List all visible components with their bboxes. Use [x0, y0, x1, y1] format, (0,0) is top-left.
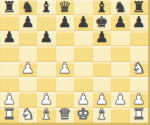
square-e6[interactable] [74, 31, 93, 46]
square-d4[interactable]: ♟ [56, 62, 75, 77]
square-f4[interactable] [93, 62, 112, 77]
black-pawn[interactable]: ♟ [77, 15, 90, 30]
black-pawn[interactable]: ♟ [132, 15, 145, 30]
square-h6[interactable] [130, 31, 149, 46]
square-g5[interactable] [111, 46, 130, 61]
white-knight[interactable]: ♞ [21, 107, 34, 122]
square-g4[interactable] [111, 62, 130, 77]
square-h7[interactable]: ♟ [130, 15, 149, 30]
square-d3[interactable] [56, 77, 75, 92]
square-c1[interactable]: ♝ [37, 108, 56, 123]
square-g6[interactable] [111, 31, 130, 46]
square-h1[interactable]: ♜ [130, 108, 149, 123]
square-c5[interactable] [37, 46, 56, 61]
square-f6[interactable]: ♟ [93, 31, 112, 46]
square-b3[interactable] [19, 77, 38, 92]
white-pawn[interactable]: ♟ [114, 92, 127, 107]
square-e5[interactable] [74, 46, 93, 61]
square-g1[interactable] [111, 108, 130, 123]
white-rook[interactable]: ♜ [3, 107, 16, 122]
square-a4[interactable] [0, 62, 19, 77]
square-a1[interactable]: ♜ [0, 108, 19, 123]
square-f5[interactable] [93, 46, 112, 61]
square-c6[interactable]: ♟ [37, 31, 56, 46]
square-d6[interactable] [56, 31, 75, 46]
black-pawn[interactable]: ♟ [58, 15, 71, 30]
square-h4[interactable]: ♞ [130, 62, 149, 77]
square-b4[interactable]: ♟ [19, 62, 38, 77]
white-bishop[interactable]: ♝ [40, 107, 53, 122]
white-pawn[interactable]: ♟ [58, 61, 71, 76]
square-c4[interactable] [37, 62, 56, 77]
square-b1[interactable]: ♞ [19, 108, 38, 123]
square-a8[interactable]: ♜ [0, 0, 19, 15]
square-e4[interactable] [74, 62, 93, 77]
square-b6[interactable] [19, 31, 38, 46]
black-bishop[interactable]: ♝ [40, 0, 53, 15]
square-d7[interactable]: ♟ [56, 15, 75, 30]
square-b7[interactable]: ♟ [19, 15, 38, 30]
black-pawn[interactable]: ♟ [21, 15, 34, 30]
square-f1[interactable]: ♝ [93, 108, 112, 123]
square-d1[interactable]: ♛ [56, 108, 75, 123]
white-pawn[interactable]: ♟ [21, 61, 34, 76]
black-rook[interactable]: ♜ [3, 0, 16, 15]
black-pawn[interactable]: ♟ [40, 30, 53, 45]
white-bishop[interactable]: ♝ [95, 107, 108, 122]
black-pawn[interactable]: ♟ [3, 30, 16, 45]
square-a5[interactable] [0, 46, 19, 61]
white-queen[interactable]: ♛ [58, 107, 71, 122]
square-g2[interactable]: ♟ [111, 92, 130, 107]
black-pawn[interactable]: ♟ [95, 30, 108, 45]
white-king[interactable]: ♚ [77, 107, 90, 122]
square-e1[interactable]: ♚ [74, 108, 93, 123]
square-e7[interactable]: ♟ [74, 15, 93, 30]
white-rook[interactable]: ♜ [132, 107, 145, 122]
black-pawn[interactable]: ♟ [114, 15, 127, 30]
white-knight[interactable]: ♞ [132, 61, 145, 76]
square-g7[interactable]: ♟ [111, 15, 130, 30]
square-c8[interactable]: ♝ [37, 0, 56, 15]
chess-board: ♜♞♝♛♝♞♜♟♟♟♚♟♟♟♟♟♟♟♞♟♟♟♟♟♟♜♞♝♛♚♝♜ [0, 0, 150, 125]
square-a6[interactable]: ♟ [0, 31, 19, 46]
